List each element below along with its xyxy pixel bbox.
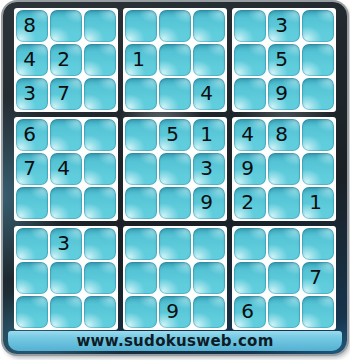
cell-r7c3[interactable] xyxy=(84,228,116,260)
cell-r7c1[interactable] xyxy=(16,228,48,260)
cell-r4c4[interactable] xyxy=(125,119,157,151)
cell-r8c4[interactable] xyxy=(125,262,157,294)
block-r1c2: 14 xyxy=(123,8,227,112)
block-r2c1: 674 xyxy=(14,117,118,221)
cell-r4c1[interactable]: 6 xyxy=(16,119,48,151)
cell-r7c4[interactable] xyxy=(125,228,157,260)
cell-r9c9[interactable] xyxy=(302,296,334,328)
cell-r6c1[interactable] xyxy=(16,187,48,219)
cell-r8c6[interactable] xyxy=(193,262,225,294)
cell-r4c7[interactable]: 4 xyxy=(234,119,266,151)
cell-r5c1[interactable]: 7 xyxy=(16,153,48,185)
cell-r6c9[interactable]: 1 xyxy=(302,187,334,219)
cell-r5c7[interactable]: 9 xyxy=(234,153,266,185)
cell-r6c3[interactable] xyxy=(84,187,116,219)
cell-r5c3[interactable] xyxy=(84,153,116,185)
block-r2c2: 5139 xyxy=(123,117,227,221)
cell-r9c7[interactable]: 6 xyxy=(234,296,266,328)
cell-r1c4[interactable] xyxy=(125,10,157,42)
cell-r2c3[interactable] xyxy=(84,44,116,76)
cell-r1c1[interactable]: 8 xyxy=(16,10,48,42)
cell-r7c2[interactable]: 3 xyxy=(50,228,82,260)
puzzle-card: 84237143596745139489213976 www.sudokuswe… xyxy=(3,2,347,354)
cell-r5c6[interactable]: 3 xyxy=(193,153,225,185)
cell-r3c4[interactable] xyxy=(125,78,157,110)
cell-r1c7[interactable] xyxy=(234,10,266,42)
cell-r1c6[interactable] xyxy=(193,10,225,42)
cell-r4c3[interactable] xyxy=(84,119,116,151)
block-r3c1: 3 xyxy=(14,226,118,330)
footer-bar: www.sudokusweb.com xyxy=(8,331,342,351)
cell-r8c5[interactable] xyxy=(159,262,191,294)
cell-r7c9[interactable] xyxy=(302,228,334,260)
cell-r3c9[interactable] xyxy=(302,78,334,110)
cell-r5c9[interactable] xyxy=(302,153,334,185)
cell-r3c2[interactable]: 7 xyxy=(50,78,82,110)
cell-r5c5[interactable] xyxy=(159,153,191,185)
cell-r9c8[interactable] xyxy=(268,296,300,328)
cell-r1c3[interactable] xyxy=(84,10,116,42)
cell-r6c2[interactable] xyxy=(50,187,82,219)
cell-r3c3[interactable] xyxy=(84,78,116,110)
cell-r1c2[interactable] xyxy=(50,10,82,42)
cell-r4c6[interactable]: 1 xyxy=(193,119,225,151)
block-r3c3: 76 xyxy=(232,226,336,330)
cell-r9c3[interactable] xyxy=(84,296,116,328)
cell-r9c6[interactable] xyxy=(193,296,225,328)
cell-r2c5[interactable] xyxy=(159,44,191,76)
cell-r3c5[interactable] xyxy=(159,78,191,110)
cell-r7c5[interactable] xyxy=(159,228,191,260)
cell-r3c8[interactable]: 9 xyxy=(268,78,300,110)
cell-r4c9[interactable] xyxy=(302,119,334,151)
cell-r8c2[interactable] xyxy=(50,262,82,294)
cell-r8c8[interactable] xyxy=(268,262,300,294)
block-r3c2: 9 xyxy=(123,226,227,330)
cell-r9c2[interactable] xyxy=(50,296,82,328)
block-r1c3: 359 xyxy=(232,8,336,112)
cell-r1c8[interactable]: 3 xyxy=(268,10,300,42)
cell-r2c8[interactable]: 5 xyxy=(268,44,300,76)
cell-r6c4[interactable] xyxy=(125,187,157,219)
cell-r8c1[interactable] xyxy=(16,262,48,294)
cell-r9c4[interactable] xyxy=(125,296,157,328)
cell-r6c7[interactable]: 2 xyxy=(234,187,266,219)
cell-r2c1[interactable]: 4 xyxy=(16,44,48,76)
cell-r5c4[interactable] xyxy=(125,153,157,185)
cell-r6c6[interactable]: 9 xyxy=(193,187,225,219)
cell-r7c6[interactable] xyxy=(193,228,225,260)
cell-r5c8[interactable] xyxy=(268,153,300,185)
cell-r8c7[interactable] xyxy=(234,262,266,294)
block-r1c1: 84237 xyxy=(14,8,118,112)
cell-r6c8[interactable] xyxy=(268,187,300,219)
cell-r7c7[interactable] xyxy=(234,228,266,260)
cell-r1c5[interactable] xyxy=(159,10,191,42)
cell-r7c8[interactable] xyxy=(268,228,300,260)
cell-r4c2[interactable] xyxy=(50,119,82,151)
cell-r3c6[interactable]: 4 xyxy=(193,78,225,110)
block-r2c3: 48921 xyxy=(232,117,336,221)
site-link[interactable]: www.sudokusweb.com xyxy=(76,332,273,350)
cell-r1c9[interactable] xyxy=(302,10,334,42)
cell-r4c8[interactable]: 8 xyxy=(268,119,300,151)
cell-r4c5[interactable]: 5 xyxy=(159,119,191,151)
cell-r2c9[interactable] xyxy=(302,44,334,76)
cell-r2c4[interactable]: 1 xyxy=(125,44,157,76)
cell-r8c3[interactable] xyxy=(84,262,116,294)
cell-r9c1[interactable] xyxy=(16,296,48,328)
cell-r2c2[interactable]: 2 xyxy=(50,44,82,76)
cell-r6c5[interactable] xyxy=(159,187,191,219)
cell-r2c6[interactable] xyxy=(193,44,225,76)
cell-r3c7[interactable] xyxy=(234,78,266,110)
cell-r3c1[interactable]: 3 xyxy=(16,78,48,110)
cell-r9c5[interactable]: 9 xyxy=(159,296,191,328)
cell-r8c9[interactable]: 7 xyxy=(302,262,334,294)
cell-r5c2[interactable]: 4 xyxy=(50,153,82,185)
sudoku-board: 84237143596745139489213976 xyxy=(3,2,347,330)
cell-r2c7[interactable] xyxy=(234,44,266,76)
